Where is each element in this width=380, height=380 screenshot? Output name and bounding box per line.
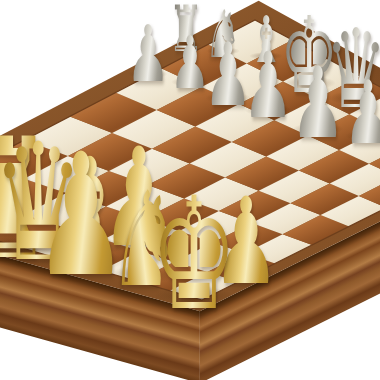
piece-glyph-pawn: ♟ bbox=[344, 70, 380, 157]
pieces-layer: ♜♞♝♟♟♚♛♟♟♟♟♟♜♝♛♟♟♞♚ bbox=[0, 0, 380, 380]
piece-glyph-pawn: ♟ bbox=[243, 41, 294, 132]
piece-glyph-king: ♚ bbox=[151, 177, 237, 333]
chess-set-photo: ♜♞♝♟♟♚♛♟♟♟♟♟♜♝♛♟♟♞♚ bbox=[0, 0, 380, 380]
piece-glyph-pawn: ♟ bbox=[291, 54, 346, 152]
piece-glyph-pawn: ♟ bbox=[126, 15, 169, 93]
